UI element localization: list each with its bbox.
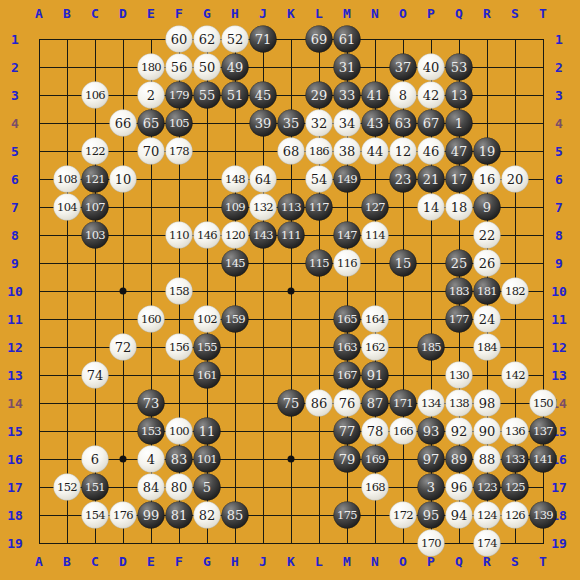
stone-white-R18-move-124: 124 — [474, 502, 501, 529]
stone-white-M9-move-116: 116 — [334, 250, 361, 277]
stone-white-H8-move-120: 120 — [222, 222, 249, 249]
stone-black-M8-move-147: 147 — [334, 222, 361, 249]
stone-black-Q16-move-89: 89 — [446, 446, 473, 473]
col-label-bottom-D[interactable]: D — [119, 555, 127, 568]
stone-white-C16-move-6: 6 — [82, 446, 109, 473]
row-label-left-3[interactable]: 3 — [11, 89, 19, 102]
stone-black-T15-move-137: 137 — [530, 418, 557, 445]
stone-white-G2-move-50: 50 — [194, 54, 221, 81]
stone-black-M11-move-165: 165 — [334, 306, 361, 333]
stone-black-Q11-move-177: 177 — [446, 306, 473, 333]
stone-white-E2-move-180: 180 — [138, 54, 165, 81]
stone-black-M15-move-77: 77 — [334, 418, 361, 445]
col-label-bottom-S[interactable]: S — [511, 555, 519, 568]
go-board: AABBCCDDEEFFGGHHJJKKLLMMNNOOPPQQRRSSTT11… — [0, 0, 580, 580]
stone-black-G13-move-161: 161 — [194, 362, 221, 389]
star-point-D10 — [120, 288, 127, 295]
stone-black-N13-move-91: 91 — [362, 362, 389, 389]
col-label-bottom-T[interactable]: T — [539, 555, 547, 568]
stone-black-C7-move-107: 107 — [82, 194, 109, 221]
col-label-top-J[interactable]: J — [259, 7, 267, 20]
stone-white-Q7-move-18: 18 — [446, 194, 473, 221]
stone-white-D18-move-176: 176 — [110, 502, 137, 529]
stone-white-L4-move-32: 32 — [306, 110, 333, 137]
stone-white-N8-move-114: 114 — [362, 222, 389, 249]
stone-black-P6-move-21: 21 — [418, 166, 445, 193]
row-label-right-19[interactable]: 19 — [551, 537, 567, 550]
col-label-bottom-L[interactable]: L — [315, 555, 323, 568]
stone-black-J8-move-143: 143 — [250, 222, 277, 249]
stone-black-F18-move-81: 81 — [166, 502, 193, 529]
stone-white-P2-move-40: 40 — [418, 54, 445, 81]
stone-white-L6-move-54: 54 — [306, 166, 333, 193]
row-label-left-8[interactable]: 8 — [11, 229, 19, 242]
col-label-top-C[interactable]: C — [91, 7, 99, 20]
stone-black-P12-move-185: 185 — [418, 334, 445, 361]
stone-black-M12-move-163: 163 — [334, 334, 361, 361]
stone-black-M1-move-61: 61 — [334, 26, 361, 53]
stone-white-P5-move-46: 46 — [418, 138, 445, 165]
stone-black-K8-move-111: 111 — [278, 222, 305, 249]
stone-black-O2-move-37: 37 — [390, 54, 417, 81]
stone-black-H2-move-49: 49 — [222, 54, 249, 81]
stone-white-D6-move-10: 10 — [110, 166, 137, 193]
row-label-right-2[interactable]: 2 — [555, 61, 563, 74]
stone-white-Q15-move-92: 92 — [446, 418, 473, 445]
stone-white-L14-move-86: 86 — [306, 390, 333, 417]
stone-white-R15-move-90: 90 — [474, 418, 501, 445]
stone-black-C6-move-121: 121 — [82, 166, 109, 193]
stone-black-F4-move-105: 105 — [166, 110, 193, 137]
stone-black-N4-move-43: 43 — [362, 110, 389, 137]
stone-white-G8-move-146: 146 — [194, 222, 221, 249]
col-label-bottom-M[interactable]: M — [343, 555, 351, 568]
stone-white-B17-move-152: 152 — [54, 474, 81, 501]
col-label-bottom-C[interactable]: C — [91, 555, 99, 568]
stone-white-M5-move-38: 38 — [334, 138, 361, 165]
stone-black-Q2-move-53: 53 — [446, 54, 473, 81]
stone-white-S6-move-20: 20 — [502, 166, 529, 193]
row-label-right-8[interactable]: 8 — [555, 229, 563, 242]
col-label-top-O[interactable]: O — [399, 7, 407, 20]
stone-black-E18-move-99: 99 — [138, 502, 165, 529]
stone-black-G3-move-55: 55 — [194, 82, 221, 109]
row-label-right-4[interactable]: 4 — [555, 117, 563, 130]
stone-black-M16-move-79: 79 — [334, 446, 361, 473]
col-label-top-G[interactable]: G — [203, 7, 211, 20]
stone-black-E14-move-73: 73 — [138, 390, 165, 417]
stone-white-N12-move-162: 162 — [362, 334, 389, 361]
stone-white-D4-move-66: 66 — [110, 110, 137, 137]
row-label-left-6[interactable]: 6 — [11, 173, 19, 186]
stone-black-O6-move-23: 23 — [390, 166, 417, 193]
stone-white-S15-move-136: 136 — [502, 418, 529, 445]
stone-black-Q4-move-1: 1 — [446, 110, 473, 137]
star-point-K16 — [288, 456, 295, 463]
col-label-bottom-Q[interactable]: Q — [455, 555, 463, 568]
col-label-top-R[interactable]: R — [483, 7, 491, 20]
row-label-right-7[interactable]: 7 — [555, 201, 563, 214]
stone-black-N7-move-127: 127 — [362, 194, 389, 221]
col-label-top-A[interactable]: A — [35, 7, 43, 20]
row-label-left-7[interactable]: 7 — [11, 201, 19, 214]
row-label-left-9[interactable]: 9 — [11, 257, 19, 270]
stone-white-C18-move-154: 154 — [82, 502, 109, 529]
col-label-top-Q[interactable]: Q — [455, 7, 463, 20]
stone-black-G17-move-5: 5 — [194, 474, 221, 501]
stone-white-F10-move-158: 158 — [166, 278, 193, 305]
stone-black-R17-move-123: 123 — [474, 474, 501, 501]
stone-black-F16-move-83: 83 — [166, 446, 193, 473]
stone-black-O4-move-63: 63 — [390, 110, 417, 137]
stone-white-J6-move-64: 64 — [250, 166, 277, 193]
row-label-right-3[interactable]: 3 — [555, 89, 563, 102]
stone-black-C17-move-151: 151 — [82, 474, 109, 501]
stone-black-H18-move-85: 85 — [222, 502, 249, 529]
stone-black-R10-move-181: 181 — [474, 278, 501, 305]
stone-white-G1-move-62: 62 — [194, 26, 221, 53]
stone-black-G12-move-155: 155 — [194, 334, 221, 361]
stone-white-D12-move-72: 72 — [110, 334, 137, 361]
stone-white-B6-move-108: 108 — [54, 166, 81, 193]
stone-white-B7-move-104: 104 — [54, 194, 81, 221]
stone-black-M6-move-149: 149 — [334, 166, 361, 193]
row-label-left-2[interactable]: 2 — [11, 61, 19, 74]
stone-white-R14-move-98: 98 — [474, 390, 501, 417]
row-label-right-13[interactable]: 13 — [551, 369, 567, 382]
stone-white-Q13-move-130: 130 — [446, 362, 473, 389]
stone-white-E17-move-84: 84 — [138, 474, 165, 501]
stone-black-K4-move-35: 35 — [278, 110, 305, 137]
col-label-bottom-F[interactable]: F — [175, 555, 183, 568]
stone-white-S10-move-182: 182 — [502, 278, 529, 305]
stone-black-T16-move-141: 141 — [530, 446, 557, 473]
col-label-top-F[interactable]: F — [175, 7, 183, 20]
stone-black-R5-move-19: 19 — [474, 138, 501, 165]
stone-white-R11-move-24: 24 — [474, 306, 501, 333]
col-label-top-M[interactable]: M — [343, 7, 351, 20]
stone-white-L5-move-186: 186 — [306, 138, 333, 165]
col-label-top-N[interactable]: N — [371, 7, 379, 20]
col-label-bottom-K[interactable]: K — [287, 555, 295, 568]
row-label-left-5[interactable]: 5 — [11, 145, 19, 158]
stone-white-F15-move-100: 100 — [166, 418, 193, 445]
stone-black-Q3-move-13: 13 — [446, 82, 473, 109]
stone-white-E11-move-160: 160 — [138, 306, 165, 333]
col-label-top-P[interactable]: P — [427, 7, 435, 20]
row-label-right-17[interactable]: 17 — [551, 481, 567, 494]
row-label-left-18[interactable]: 18 — [7, 509, 23, 522]
stone-black-J4-move-39: 39 — [250, 110, 277, 137]
stone-black-S17-move-125: 125 — [502, 474, 529, 501]
stone-white-H1-move-52: 52 — [222, 26, 249, 53]
stone-white-Q17-move-96: 96 — [446, 474, 473, 501]
stone-black-P17-move-3: 3 — [418, 474, 445, 501]
stone-black-L3-move-29: 29 — [306, 82, 333, 109]
stone-black-P16-move-97: 97 — [418, 446, 445, 473]
stone-white-K5-move-68: 68 — [278, 138, 305, 165]
row-label-left-1[interactable]: 1 — [11, 33, 19, 46]
stone-white-N5-move-44: 44 — [362, 138, 389, 165]
row-label-left-15[interactable]: 15 — [7, 425, 23, 438]
stone-white-M14-move-76: 76 — [334, 390, 361, 417]
stone-white-F17-move-80: 80 — [166, 474, 193, 501]
stone-white-F5-move-178: 178 — [166, 138, 193, 165]
stone-white-R8-move-22: 22 — [474, 222, 501, 249]
stone-black-K7-move-113: 113 — [278, 194, 305, 221]
row-label-left-12[interactable]: 12 — [7, 341, 23, 354]
stone-white-Q18-move-94: 94 — [446, 502, 473, 529]
col-label-top-S[interactable]: S — [511, 7, 519, 20]
stone-black-M13-move-167: 167 — [334, 362, 361, 389]
stone-white-R6-move-16: 16 — [474, 166, 501, 193]
stone-white-E3-move-2: 2 — [138, 82, 165, 109]
col-label-bottom-G[interactable]: G — [203, 555, 211, 568]
stone-white-N17-move-168: 168 — [362, 474, 389, 501]
stone-white-F8-move-110: 110 — [166, 222, 193, 249]
stone-white-C13-move-74: 74 — [82, 362, 109, 389]
stone-white-F12-move-156: 156 — [166, 334, 193, 361]
row-label-left-11[interactable]: 11 — [7, 313, 23, 326]
stone-white-N15-move-78: 78 — [362, 418, 389, 445]
stone-black-O14-move-171: 171 — [390, 390, 417, 417]
stone-white-S18-move-126: 126 — [502, 502, 529, 529]
row-label-right-1[interactable]: 1 — [555, 33, 563, 46]
grid-line-row-19 — [39, 543, 544, 544]
stone-black-M18-move-175: 175 — [334, 502, 361, 529]
stone-white-R9-move-26: 26 — [474, 250, 501, 277]
star-point-D16 — [120, 456, 127, 463]
stone-black-P18-move-95: 95 — [418, 502, 445, 529]
stone-black-H11-move-159: 159 — [222, 306, 249, 333]
stone-black-L9-move-115: 115 — [306, 250, 333, 277]
stone-white-O3-move-8: 8 — [390, 82, 417, 109]
stone-black-M2-move-31: 31 — [334, 54, 361, 81]
stone-white-G18-move-82: 82 — [194, 502, 221, 529]
stone-white-R19-move-174: 174 — [474, 530, 501, 557]
col-label-top-L[interactable]: L — [315, 7, 323, 20]
stone-white-M4-move-34: 34 — [334, 110, 361, 137]
col-label-top-E[interactable]: E — [147, 7, 155, 20]
stone-black-H9-move-145: 145 — [222, 250, 249, 277]
row-label-left-16[interactable]: 16 — [7, 453, 23, 466]
col-label-bottom-E[interactable]: E — [147, 555, 155, 568]
stone-white-P19-move-170: 170 — [418, 530, 445, 557]
stone-black-K14-move-75: 75 — [278, 390, 305, 417]
stone-white-E5-move-70: 70 — [138, 138, 165, 165]
row-label-right-10[interactable]: 10 — [551, 285, 567, 298]
stone-black-F3-move-179: 179 — [166, 82, 193, 109]
stone-white-O18-move-172: 172 — [390, 502, 417, 529]
stone-black-S16-move-133: 133 — [502, 446, 529, 473]
row-label-right-6[interactable]: 6 — [555, 173, 563, 186]
stone-white-P7-move-14: 14 — [418, 194, 445, 221]
stone-white-F2-move-56: 56 — [166, 54, 193, 81]
row-label-left-10[interactable]: 10 — [7, 285, 23, 298]
stone-black-Q9-move-25: 25 — [446, 250, 473, 277]
row-label-left-13[interactable]: 13 — [7, 369, 23, 382]
stone-black-P4-move-67: 67 — [418, 110, 445, 137]
row-label-left-14[interactable]: 14 — [7, 397, 23, 410]
stone-white-G11-move-102: 102 — [194, 306, 221, 333]
stone-black-L7-move-117: 117 — [306, 194, 333, 221]
row-label-left-19[interactable]: 19 — [7, 537, 23, 550]
stone-white-R12-move-184: 184 — [474, 334, 501, 361]
col-label-top-D[interactable]: D — [119, 7, 127, 20]
stone-black-O9-move-15: 15 — [390, 250, 417, 277]
stone-black-E4-move-65: 65 — [138, 110, 165, 137]
stone-black-N16-move-169: 169 — [362, 446, 389, 473]
col-label-top-H[interactable]: H — [231, 7, 239, 20]
stone-white-P3-move-42: 42 — [418, 82, 445, 109]
row-label-right-9[interactable]: 9 — [555, 257, 563, 270]
stone-black-T18-move-139: 139 — [530, 502, 557, 529]
stone-black-J3-move-45: 45 — [250, 82, 277, 109]
stone-white-S13-move-142: 142 — [502, 362, 529, 389]
row-label-right-11[interactable]: 11 — [551, 313, 567, 326]
stone-white-H6-move-148: 148 — [222, 166, 249, 193]
stone-black-H3-move-51: 51 — [222, 82, 249, 109]
stone-black-M3-move-33: 33 — [334, 82, 361, 109]
stone-black-P15-move-93: 93 — [418, 418, 445, 445]
stone-black-J1-move-71: 71 — [250, 26, 277, 53]
stone-black-N3-move-41: 41 — [362, 82, 389, 109]
stone-white-O5-move-12: 12 — [390, 138, 417, 165]
col-label-top-B[interactable]: B — [63, 7, 71, 20]
stone-black-Q6-move-17: 17 — [446, 166, 473, 193]
stone-white-E16-move-4: 4 — [138, 446, 165, 473]
col-label-bottom-B[interactable]: B — [63, 555, 71, 568]
stone-black-H7-move-109: 109 — [222, 194, 249, 221]
row-label-right-12[interactable]: 12 — [551, 341, 567, 354]
col-label-bottom-N[interactable]: N — [371, 555, 379, 568]
stone-white-N11-move-164: 164 — [362, 306, 389, 333]
stone-black-R7-move-9: 9 — [474, 194, 501, 221]
stone-white-J7-move-132: 132 — [250, 194, 277, 221]
col-label-bottom-A[interactable]: A — [35, 555, 43, 568]
stone-white-T14-move-150: 150 — [530, 390, 557, 417]
col-label-bottom-O[interactable]: O — [399, 555, 407, 568]
stone-black-E15-move-153: 153 — [138, 418, 165, 445]
stone-white-F1-move-60: 60 — [166, 26, 193, 53]
stone-black-C8-move-103: 103 — [82, 222, 109, 249]
star-point-K10 — [288, 288, 295, 295]
stone-white-R16-move-88: 88 — [474, 446, 501, 473]
stone-black-Q10-move-183: 183 — [446, 278, 473, 305]
col-label-bottom-J[interactable]: J — [259, 555, 267, 568]
row-label-left-17[interactable]: 17 — [7, 481, 23, 494]
stone-white-C3-move-106: 106 — [82, 82, 109, 109]
stone-white-O15-move-166: 166 — [390, 418, 417, 445]
stone-black-G16-move-101: 101 — [194, 446, 221, 473]
stone-black-G15-move-11: 11 — [194, 418, 221, 445]
stone-black-N14-move-87: 87 — [362, 390, 389, 417]
stone-white-Q14-move-138: 138 — [446, 390, 473, 417]
stone-black-Q5-move-47: 47 — [446, 138, 473, 165]
row-label-right-5[interactable]: 5 — [555, 145, 563, 158]
col-label-bottom-H[interactable]: H — [231, 555, 239, 568]
col-label-top-T[interactable]: T — [539, 7, 547, 20]
stone-white-C5-move-122: 122 — [82, 138, 109, 165]
stone-black-L1-move-69: 69 — [306, 26, 333, 53]
row-label-left-4[interactable]: 4 — [11, 117, 19, 130]
col-label-top-K[interactable]: K — [287, 7, 295, 20]
stone-white-P14-move-134: 134 — [418, 390, 445, 417]
